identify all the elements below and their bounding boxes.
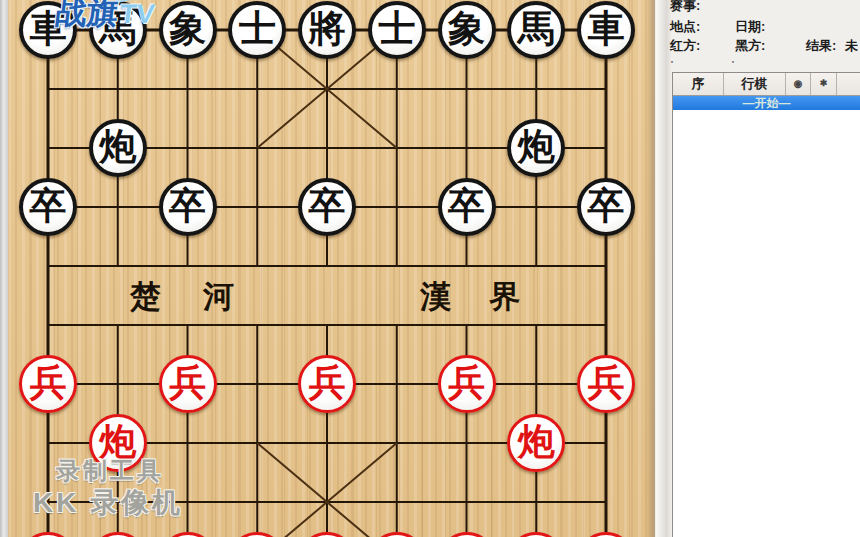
- piece-black-cannon[interactable]: 炮: [507, 119, 565, 177]
- piece-glyph: 象: [448, 10, 485, 47]
- piece-red-cannon[interactable]: 炮: [507, 414, 565, 472]
- piece-red-soldier[interactable]: 兵: [438, 355, 496, 413]
- piece-glyph: 士: [239, 10, 276, 47]
- piece-black-general[interactable]: 將: [298, 1, 356, 59]
- piece-black-advisor[interactable]: 士: [228, 1, 286, 59]
- date-label: 日期:: [735, 20, 765, 34]
- zhanqi-tv-logo: 战旗TV: [54, 0, 157, 30]
- piece-glyph: 兵: [169, 364, 206, 401]
- piece-red-soldier[interactable]: 兵: [19, 355, 77, 413]
- tv-logo-tv: TV: [118, 0, 156, 29]
- window-left-edge: [0, 0, 8, 537]
- move-list-rows: —开始—: [673, 96, 860, 110]
- piece-glyph: 士: [378, 10, 415, 47]
- piece-black-soldier[interactable]: 卒: [159, 178, 217, 236]
- piece-glyph: 卒: [448, 187, 485, 224]
- piece-glyph: 兵: [309, 364, 346, 401]
- move-list-column-✱: ✱: [811, 73, 837, 95]
- piece-black-soldier[interactable]: 卒: [19, 178, 77, 236]
- piece-glyph: 兵: [448, 364, 485, 401]
- move-list-header: 序行棋◉✱: [673, 73, 860, 96]
- piece-glyph: 卒: [309, 187, 346, 224]
- piece-black-soldier[interactable]: 卒: [298, 178, 356, 236]
- result-label: 结果:: [806, 39, 836, 53]
- move-list-row[interactable]: —开始—: [673, 96, 860, 110]
- move-list-column-spacer: [837, 73, 860, 95]
- clipped-text-fragment: :: [670, 58, 700, 63]
- piece-black-advisor[interactable]: 士: [368, 1, 426, 59]
- event-label: 赛事:: [670, 0, 700, 13]
- piece-glyph: 炮: [99, 128, 136, 165]
- location-label: 地点:: [670, 20, 700, 34]
- piece-glyph: 炮: [518, 128, 555, 165]
- clipped-text-fragment: :: [731, 58, 765, 63]
- recorder-watermark-line1: 录制工具: [56, 455, 164, 487]
- piece-glyph: 將: [309, 10, 346, 47]
- tv-logo-text: 战旗: [54, 0, 120, 30]
- piece-glyph: 炮: [99, 423, 136, 460]
- app-window: 楚河 漢界 車馬象士將士象馬車炮炮卒卒卒卒卒兵兵兵兵兵炮炮車馬相仕帥仕相馬車 赛…: [0, 0, 860, 537]
- piece-black-soldier[interactable]: 卒: [438, 178, 496, 236]
- piece-black-soldier[interactable]: 卒: [577, 178, 635, 236]
- move-list-column-◉: ◉: [786, 73, 811, 95]
- recorder-watermark-line2: KK 录像机: [33, 484, 183, 522]
- piece-black-cannon[interactable]: 炮: [89, 119, 147, 177]
- piece-red-soldier[interactable]: 兵: [298, 355, 356, 413]
- panel-divider: [656, 0, 671, 537]
- piece-glyph: 兵: [30, 364, 67, 401]
- piece-black-horse[interactable]: 馬: [507, 1, 565, 59]
- move-list-column-行棋: 行棋: [724, 73, 786, 95]
- black-player-label: 黑方:: [735, 39, 765, 53]
- piece-glyph: 炮: [518, 423, 555, 460]
- piece-black-rook[interactable]: 車: [577, 1, 635, 59]
- river-label-right: 漢界: [420, 281, 558, 312]
- red-player-label: 红方:: [670, 39, 700, 53]
- piece-glyph: 車: [588, 10, 625, 47]
- piece-glyph: 卒: [588, 187, 625, 224]
- move-list-column-序: 序: [673, 73, 724, 95]
- piece-glyph: 卒: [169, 187, 206, 224]
- game-info-panel: 赛事: 地点: 日期: 红方: 黑方: 结果: 未 : : 序行棋◉✱ —开始—: [655, 0, 860, 537]
- piece-black-elephant[interactable]: 象: [438, 1, 496, 59]
- piece-glyph: 卒: [30, 187, 67, 224]
- move-list[interactable]: 序行棋◉✱ —开始—: [672, 72, 860, 537]
- river-label-left: 楚河: [130, 281, 276, 312]
- result-value-clipped: 未: [845, 39, 858, 53]
- piece-red-soldier[interactable]: 兵: [159, 355, 217, 413]
- piece-red-soldier[interactable]: 兵: [577, 355, 635, 413]
- piece-glyph: 兵: [588, 364, 625, 401]
- piece-glyph: 馬: [518, 10, 555, 47]
